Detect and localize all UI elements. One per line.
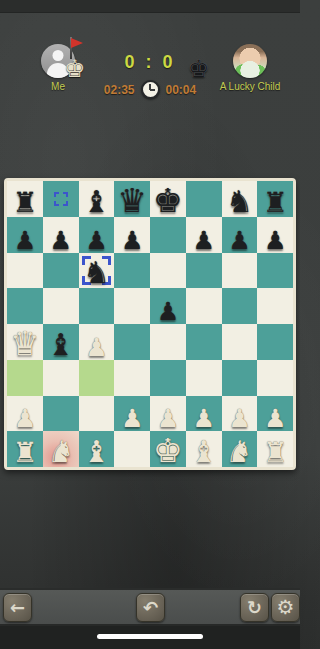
- square-c7[interactable]: ♟: [79, 217, 115, 253]
- piece-wp: ♟: [157, 406, 179, 431]
- square-g3[interactable]: [222, 360, 258, 396]
- square-d1[interactable]: [114, 431, 150, 467]
- square-f3[interactable]: [186, 360, 222, 396]
- piece-wn: ♞: [47, 437, 74, 467]
- square-b2[interactable]: [43, 396, 79, 432]
- square-d6[interactable]: [114, 253, 150, 289]
- player-left: ♚ Me: [28, 44, 88, 92]
- square-b8[interactable]: [43, 181, 79, 217]
- square-c6[interactable]: ♞: [79, 253, 115, 289]
- avatar-opponent: [233, 44, 267, 78]
- piece-wp: ♟: [85, 335, 107, 360]
- bottom-toolbar: ← ↶ ↻ ⚙: [0, 588, 300, 626]
- piece-bk: ♚: [153, 184, 183, 217]
- square-f2[interactable]: ♟: [186, 396, 222, 432]
- square-h5[interactable]: [257, 288, 293, 324]
- square-f5[interactable]: [186, 288, 222, 324]
- piece-bn: ♞: [226, 187, 253, 217]
- square-e7[interactable]: [150, 217, 186, 253]
- square-e6[interactable]: [150, 253, 186, 289]
- clock-icon: [141, 80, 160, 99]
- player-name-opponent: A Lucky Child: [212, 81, 288, 92]
- square-h7[interactable]: ♟: [257, 217, 293, 253]
- square-b1[interactable]: ♞: [43, 431, 79, 467]
- square-e8[interactable]: ♚: [150, 181, 186, 217]
- piece-wp: ♟: [121, 406, 143, 431]
- square-h6[interactable]: [257, 253, 293, 289]
- square-a6[interactable]: [7, 253, 43, 289]
- square-b6[interactable]: [43, 253, 79, 289]
- piece-bb: ♝: [47, 330, 74, 360]
- undo-button[interactable]: ↶: [136, 593, 165, 622]
- square-a5[interactable]: [7, 288, 43, 324]
- game-header: ♚ Me 0 : 0 02:35 00:04 ♚ A Lucky Child: [0, 44, 300, 112]
- square-g4[interactable]: [222, 324, 258, 360]
- square-d2[interactable]: ♟: [114, 396, 150, 432]
- square-b4[interactable]: ♝: [43, 324, 79, 360]
- back-button[interactable]: ←: [3, 593, 32, 622]
- square-f4[interactable]: [186, 324, 222, 360]
- bottom-bar: [0, 626, 300, 649]
- piece-wq: ♛: [10, 327, 40, 360]
- square-h4[interactable]: [257, 324, 293, 360]
- square-h1[interactable]: ♜: [257, 431, 293, 467]
- piece-bp: ♟: [85, 228, 107, 253]
- piece-wr: ♜: [12, 439, 37, 467]
- square-d4[interactable]: [114, 324, 150, 360]
- square-d8[interactable]: ♛: [114, 181, 150, 217]
- piece-wn: ♞: [226, 437, 253, 467]
- piece-bp: ♟: [192, 228, 214, 253]
- square-g5[interactable]: [222, 288, 258, 324]
- square-b5[interactable]: [43, 288, 79, 324]
- square-e4[interactable]: [150, 324, 186, 360]
- square-f6[interactable]: [186, 253, 222, 289]
- square-c2[interactable]: [79, 396, 115, 432]
- player-right: ♚ A Lucky Child: [212, 44, 288, 92]
- square-d5[interactable]: [114, 288, 150, 324]
- last-move-from-marker: [54, 192, 68, 206]
- square-b7[interactable]: ♟: [43, 217, 79, 253]
- square-g8[interactable]: ♞: [222, 181, 258, 217]
- piece-wp: ♟: [264, 406, 286, 431]
- square-g6[interactable]: [222, 253, 258, 289]
- square-a1[interactable]: ♜: [7, 431, 43, 467]
- square-g2[interactable]: ♟: [222, 396, 258, 432]
- square-b3[interactable]: [43, 360, 79, 396]
- white-king-icon: ♚: [64, 57, 86, 81]
- timer-black: 00:04: [166, 83, 197, 97]
- timer-white: 02:35: [104, 83, 135, 97]
- piece-wb: ♝: [83, 437, 110, 467]
- square-a7[interactable]: ♟: [7, 217, 43, 253]
- piece-bq: ♛: [117, 184, 147, 217]
- square-d7[interactable]: ♟: [114, 217, 150, 253]
- board-frame: ♜♝♛♚♞♜♟♟♟♟♟♟♟♞♟♛♝♟♟♟♟♟♟♟♜♞♝♚♝♞♜: [4, 178, 296, 470]
- square-e2[interactable]: ♟: [150, 396, 186, 432]
- piece-bp: ♟: [264, 228, 286, 253]
- square-c1[interactable]: ♝: [79, 431, 115, 467]
- piece-bb: ♝: [83, 187, 110, 217]
- piece-bp: ♟: [157, 299, 179, 324]
- square-a4[interactable]: ♛: [7, 324, 43, 360]
- square-h8[interactable]: ♜: [257, 181, 293, 217]
- piece-bp: ♟: [49, 228, 71, 253]
- square-c4[interactable]: ♟: [79, 324, 115, 360]
- last-move-to-marker: [82, 256, 112, 286]
- square-g1[interactable]: ♞: [222, 431, 258, 467]
- square-f8[interactable]: [186, 181, 222, 217]
- home-indicator[interactable]: [97, 634, 203, 639]
- status-bar: [0, 0, 300, 13]
- square-e1[interactable]: ♚: [150, 431, 186, 467]
- piece-br: ♜: [12, 189, 37, 217]
- square-f7[interactable]: ♟: [186, 217, 222, 253]
- rotate-board-button[interactable]: ↻: [240, 593, 269, 622]
- square-c3[interactable]: [79, 360, 115, 396]
- square-e5[interactable]: ♟: [150, 288, 186, 324]
- piece-wk: ♚: [153, 434, 183, 467]
- square-f1[interactable]: ♝: [186, 431, 222, 467]
- piece-br: ♜: [263, 189, 288, 217]
- settings-button[interactable]: ⚙: [271, 593, 300, 622]
- square-a3[interactable]: [7, 360, 43, 396]
- square-h2[interactable]: ♟: [257, 396, 293, 432]
- square-h3[interactable]: [257, 360, 293, 396]
- square-g7[interactable]: ♟: [222, 217, 258, 253]
- piece-wp: ♟: [14, 406, 36, 431]
- piece-wp: ♟: [192, 406, 214, 431]
- square-c8[interactable]: ♝: [79, 181, 115, 217]
- piece-wp: ♟: [228, 406, 250, 431]
- piece-bp: ♟: [14, 228, 36, 253]
- square-d3[interactable]: [114, 360, 150, 396]
- piece-bp: ♟: [228, 228, 250, 253]
- piece-bp: ♟: [121, 228, 143, 253]
- square-c5[interactable]: [79, 288, 115, 324]
- piece-wr: ♜: [263, 439, 288, 467]
- square-e3[interactable]: [150, 360, 186, 396]
- square-a8[interactable]: ♜: [7, 181, 43, 217]
- piece-wb: ♝: [190, 437, 217, 467]
- black-king-icon: ♚: [188, 57, 210, 81]
- chess-board: ♜♝♛♚♞♜♟♟♟♟♟♟♟♞♟♛♝♟♟♟♟♟♟♟♜♞♝♚♝♞♜: [7, 181, 293, 467]
- square-a2[interactable]: ♟: [7, 396, 43, 432]
